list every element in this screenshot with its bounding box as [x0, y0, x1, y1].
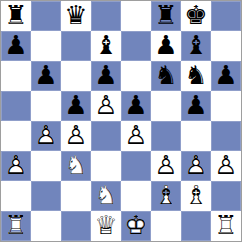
black-knight-icon: ♞	[151, 61, 181, 91]
black-bishop-icon: ♝	[181, 31, 211, 61]
black-pawn-icon: ♟	[211, 61, 241, 91]
square-a7[interactable]: ♟	[1, 31, 31, 61]
square-c1[interactable]	[61, 211, 91, 241]
square-h5[interactable]	[211, 91, 241, 121]
square-f5[interactable]	[151, 91, 181, 121]
white-pawn-icon: ♟♙	[31, 121, 61, 151]
white-pawn-icon: ♟♙	[181, 151, 211, 181]
square-e2[interactable]	[121, 181, 151, 211]
square-f8[interactable]: ♜	[151, 1, 181, 31]
white-knight-icon: ♞♘	[91, 181, 121, 211]
square-d4[interactable]	[91, 121, 121, 151]
square-a8[interactable]: ♜	[1, 1, 31, 31]
chess-app: ♜♛♜♚♟♝♟♝♟♟♞♞♟♟♟♙♟♟♟♙♟♙♟♙♟♙♞♘♟♙♟♙♟♙♞♘♝♗♝♗…	[0, 0, 242, 242]
square-b3[interactable]	[31, 151, 61, 181]
square-g7[interactable]: ♝	[181, 31, 211, 61]
square-b5[interactable]	[31, 91, 61, 121]
square-h3[interactable]: ♟♙	[211, 151, 241, 181]
white-king-icon: ♚♔	[121, 211, 151, 241]
square-c8[interactable]: ♛	[61, 1, 91, 31]
square-h8[interactable]	[211, 1, 241, 31]
square-a4[interactable]	[1, 121, 31, 151]
white-knight-icon: ♞♘	[61, 151, 91, 181]
square-a3[interactable]: ♟♙	[1, 151, 31, 181]
white-pawn-icon: ♟♙	[151, 151, 181, 181]
square-h4[interactable]	[211, 121, 241, 151]
square-e6[interactable]	[121, 61, 151, 91]
black-knight-icon: ♞	[181, 61, 211, 91]
square-d6[interactable]: ♟	[91, 61, 121, 91]
square-g8[interactable]: ♚	[181, 1, 211, 31]
chess-board: ♜♛♜♚♟♝♟♝♟♟♞♞♟♟♟♙♟♟♟♙♟♙♟♙♟♙♞♘♟♙♟♙♟♙♞♘♝♗♝♗…	[0, 0, 242, 242]
black-pawn-icon: ♟	[61, 91, 91, 121]
square-a6[interactable]	[1, 61, 31, 91]
square-f3[interactable]: ♟♙	[151, 151, 181, 181]
square-e7[interactable]	[121, 31, 151, 61]
white-rook-icon: ♜♖	[211, 211, 241, 241]
square-d5[interactable]: ♟♙	[91, 91, 121, 121]
square-c4[interactable]: ♟♙	[61, 121, 91, 151]
square-b4[interactable]: ♟♙	[31, 121, 61, 151]
square-c7[interactable]	[61, 31, 91, 61]
square-f1[interactable]	[151, 211, 181, 241]
square-f7[interactable]: ♟	[151, 31, 181, 61]
square-e8[interactable]	[121, 1, 151, 31]
white-bishop-icon: ♝♗	[181, 181, 211, 211]
black-pawn-icon: ♟	[31, 61, 61, 91]
square-d7[interactable]: ♝	[91, 31, 121, 61]
square-d1[interactable]: ♛♕	[91, 211, 121, 241]
square-c2[interactable]	[61, 181, 91, 211]
black-pawn-icon: ♟	[181, 91, 211, 121]
square-g1[interactable]	[181, 211, 211, 241]
black-bishop-icon: ♝	[91, 31, 121, 61]
black-pawn-icon: ♟	[1, 31, 31, 61]
black-pawn-icon: ♟	[151, 31, 181, 61]
square-c3[interactable]: ♞♘	[61, 151, 91, 181]
square-e5[interactable]: ♟	[121, 91, 151, 121]
square-g5[interactable]: ♟	[181, 91, 211, 121]
black-pawn-icon: ♟	[121, 91, 151, 121]
square-h1[interactable]: ♜♖	[211, 211, 241, 241]
square-d3[interactable]	[91, 151, 121, 181]
square-c5[interactable]: ♟	[61, 91, 91, 121]
white-pawn-icon: ♟♙	[61, 121, 91, 151]
square-b7[interactable]	[31, 31, 61, 61]
square-f6[interactable]: ♞	[151, 61, 181, 91]
square-h6[interactable]: ♟	[211, 61, 241, 91]
black-rook-icon: ♜	[151, 1, 181, 31]
square-f2[interactable]: ♝♗	[151, 181, 181, 211]
square-a1[interactable]: ♜♖	[1, 211, 31, 241]
square-g3[interactable]: ♟♙	[181, 151, 211, 181]
square-h7[interactable]	[211, 31, 241, 61]
square-a2[interactable]	[1, 181, 31, 211]
black-queen-icon: ♛	[61, 1, 91, 31]
black-pawn-icon: ♟	[91, 61, 121, 91]
black-king-icon: ♚	[181, 1, 211, 31]
square-c6[interactable]	[61, 61, 91, 91]
square-a5[interactable]	[1, 91, 31, 121]
square-g4[interactable]	[181, 121, 211, 151]
square-d8[interactable]	[91, 1, 121, 31]
square-d2[interactable]: ♞♘	[91, 181, 121, 211]
black-rook-icon: ♜	[1, 1, 31, 31]
square-e3[interactable]	[121, 151, 151, 181]
white-pawn-icon: ♟♙	[211, 151, 241, 181]
white-rook-icon: ♜♖	[1, 211, 31, 241]
white-queen-icon: ♛♕	[91, 211, 121, 241]
square-f4[interactable]	[151, 121, 181, 151]
white-pawn-icon: ♟♙	[121, 121, 151, 151]
white-pawn-icon: ♟♙	[1, 151, 31, 181]
square-g2[interactable]: ♝♗	[181, 181, 211, 211]
square-g6[interactable]: ♞	[181, 61, 211, 91]
square-b6[interactable]: ♟	[31, 61, 61, 91]
white-bishop-icon: ♝♗	[151, 181, 181, 211]
square-e4[interactable]: ♟♙	[121, 121, 151, 151]
square-h2[interactable]	[211, 181, 241, 211]
square-e1[interactable]: ♚♔	[121, 211, 151, 241]
white-pawn-icon: ♟♙	[91, 91, 121, 121]
square-b1[interactable]	[31, 211, 61, 241]
square-b8[interactable]	[31, 1, 61, 31]
square-b2[interactable]	[31, 181, 61, 211]
